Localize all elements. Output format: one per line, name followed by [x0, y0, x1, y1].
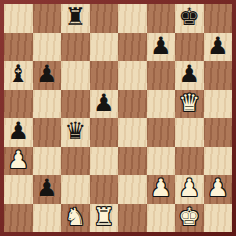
square-a5[interactable]: [4, 90, 33, 119]
square-f7[interactable]: ♟: [147, 33, 176, 62]
black-pawn-piece: ♟: [36, 62, 58, 86]
square-g2[interactable]: ♟: [175, 175, 204, 204]
black-queen-piece: ♛: [64, 119, 86, 143]
black-pawn-piece: ♟: [207, 34, 229, 58]
square-f4[interactable]: [147, 118, 176, 147]
square-b8[interactable]: [33, 4, 62, 33]
square-b1[interactable]: [33, 204, 62, 233]
black-pawn-piece: ♟: [93, 91, 115, 115]
square-a7[interactable]: [4, 33, 33, 62]
square-f6[interactable]: [147, 61, 176, 90]
black-pawn-piece: ♟: [7, 119, 29, 143]
square-c4[interactable]: ♛: [61, 118, 90, 147]
square-h8[interactable]: [204, 4, 233, 33]
black-king-piece: ♚: [178, 5, 200, 29]
black-pawn-piece: ♟: [150, 34, 172, 58]
square-d1[interactable]: ♜: [90, 204, 119, 233]
square-c2[interactable]: [61, 175, 90, 204]
square-a3[interactable]: ♟: [4, 147, 33, 176]
square-e3[interactable]: [118, 147, 147, 176]
square-b3[interactable]: [33, 147, 62, 176]
white-pawn-piece: ♟: [178, 176, 200, 200]
square-h6[interactable]: [204, 61, 233, 90]
square-a6[interactable]: ♝: [4, 61, 33, 90]
square-c8[interactable]: ♜: [61, 4, 90, 33]
square-b5[interactable]: [33, 90, 62, 119]
square-c5[interactable]: [61, 90, 90, 119]
square-h7[interactable]: ♟: [204, 33, 233, 62]
square-h5[interactable]: [204, 90, 233, 119]
square-a1[interactable]: [4, 204, 33, 233]
square-f8[interactable]: [147, 4, 176, 33]
square-h3[interactable]: [204, 147, 233, 176]
white-pawn-piece: ♟: [150, 176, 172, 200]
square-d8[interactable]: [90, 4, 119, 33]
square-d6[interactable]: [90, 61, 119, 90]
black-pawn-piece: ♟: [36, 176, 58, 200]
square-g5[interactable]: ♛: [175, 90, 204, 119]
square-f2[interactable]: ♟: [147, 175, 176, 204]
square-g4[interactable]: [175, 118, 204, 147]
square-f5[interactable]: [147, 90, 176, 119]
square-h2[interactable]: ♟: [204, 175, 233, 204]
square-b2[interactable]: ♟: [33, 175, 62, 204]
chess-board: ♜♚♟♟♝♟♟♟♛♟♛♟♟♟♟♟♞♜♚: [4, 4, 232, 232]
square-e2[interactable]: [118, 175, 147, 204]
black-bishop-piece: ♝: [7, 62, 29, 86]
square-d7[interactable]: [90, 33, 119, 62]
square-e8[interactable]: [118, 4, 147, 33]
square-a2[interactable]: [4, 175, 33, 204]
square-c7[interactable]: [61, 33, 90, 62]
square-b7[interactable]: [33, 33, 62, 62]
square-e6[interactable]: [118, 61, 147, 90]
square-a4[interactable]: ♟: [4, 118, 33, 147]
white-pawn-piece: ♟: [7, 148, 29, 172]
square-e1[interactable]: [118, 204, 147, 233]
square-g1[interactable]: ♚: [175, 204, 204, 233]
black-rook-piece: ♜: [64, 5, 86, 29]
square-g6[interactable]: ♟: [175, 61, 204, 90]
white-king-piece: ♚: [178, 205, 200, 229]
square-e7[interactable]: [118, 33, 147, 62]
square-c1[interactable]: ♞: [61, 204, 90, 233]
square-g8[interactable]: ♚: [175, 4, 204, 33]
square-d2[interactable]: [90, 175, 119, 204]
square-f1[interactable]: [147, 204, 176, 233]
square-d5[interactable]: ♟: [90, 90, 119, 119]
square-b4[interactable]: [33, 118, 62, 147]
board-frame: ♜♚♟♟♝♟♟♟♛♟♛♟♟♟♟♟♞♜♚: [0, 0, 236, 236]
square-g3[interactable]: [175, 147, 204, 176]
square-g7[interactable]: [175, 33, 204, 62]
square-d3[interactable]: [90, 147, 119, 176]
white-rook-piece: ♜: [93, 205, 115, 229]
square-b6[interactable]: ♟: [33, 61, 62, 90]
square-f3[interactable]: [147, 147, 176, 176]
white-pawn-piece: ♟: [207, 176, 229, 200]
square-e5[interactable]: [118, 90, 147, 119]
square-h4[interactable]: [204, 118, 233, 147]
square-h1[interactable]: [204, 204, 233, 233]
square-e4[interactable]: [118, 118, 147, 147]
square-c3[interactable]: [61, 147, 90, 176]
black-pawn-piece: ♟: [178, 62, 200, 86]
white-queen-piece: ♛: [178, 91, 200, 115]
white-knight-piece: ♞: [64, 205, 86, 229]
square-d4[interactable]: [90, 118, 119, 147]
square-c6[interactable]: [61, 61, 90, 90]
square-a8[interactable]: [4, 4, 33, 33]
